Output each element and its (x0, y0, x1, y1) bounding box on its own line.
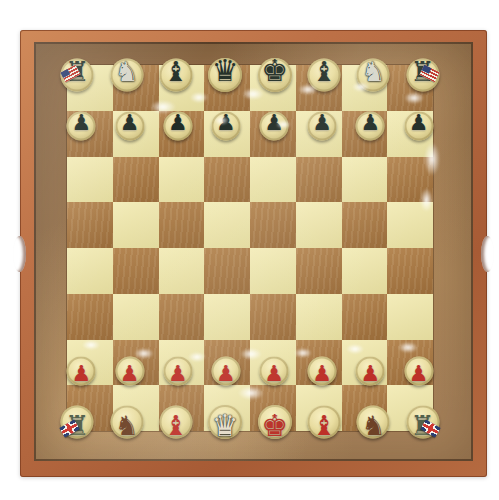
piece-glyph: ♞ (115, 412, 139, 439)
piece-glyph: ♝ (312, 412, 336, 439)
piece-glyph: ♝ (164, 412, 188, 439)
piece-glyph: ♛ (212, 56, 239, 86)
piece-glyph: ♟ (168, 112, 188, 134)
piece-layer: ♜♞♝♛♚♝♞♜♟♟♟♟♟♟♟♟♟♟♟♟♟♟♟♟♜♞♝♛♚♝♞♜ (67, 65, 433, 431)
frame-notch-left (13, 236, 26, 272)
piece-glyph: ♟ (216, 363, 236, 385)
piece-glyph: ♞ (361, 412, 385, 439)
piece-glyph: ♟ (312, 363, 332, 385)
piece-glyph: ♝ (164, 58, 188, 85)
piece-glyph: ♟ (264, 363, 284, 385)
piece-glyph: ♞ (115, 58, 139, 85)
piece-glyph: ♟ (264, 112, 284, 134)
piece-glyph: ♛ (212, 411, 239, 441)
piece-glyph: ♟ (72, 363, 92, 385)
piece-glyph: ♟ (120, 112, 140, 134)
piece-glyph: ♟ (361, 112, 381, 134)
piece-glyph: ♟ (409, 112, 429, 134)
piece-glyph: ♟ (361, 363, 381, 385)
chess-set-overhead-photo: ♜♞♝♛♚♝♞♜♟♟♟♟♟♟♟♟♟♟♟♟♟♟♟♟♜♞♝♛♚♝♞♜ (0, 0, 499, 500)
piece-glyph: ♟ (216, 112, 236, 134)
piece-glyph: ♟ (409, 363, 429, 385)
piece-glyph: ♚ (261, 56, 288, 86)
piece-glyph: ♝ (312, 58, 336, 85)
piece-glyph: ♞ (361, 58, 385, 85)
piece-glyph: ♟ (168, 363, 188, 385)
piece-glyph: ♟ (312, 112, 332, 134)
piece-glyph: ♟ (72, 112, 92, 134)
frame-notch-right (481, 236, 494, 272)
piece-glyph: ♟ (120, 363, 140, 385)
piece-glyph: ♚ (261, 411, 288, 441)
